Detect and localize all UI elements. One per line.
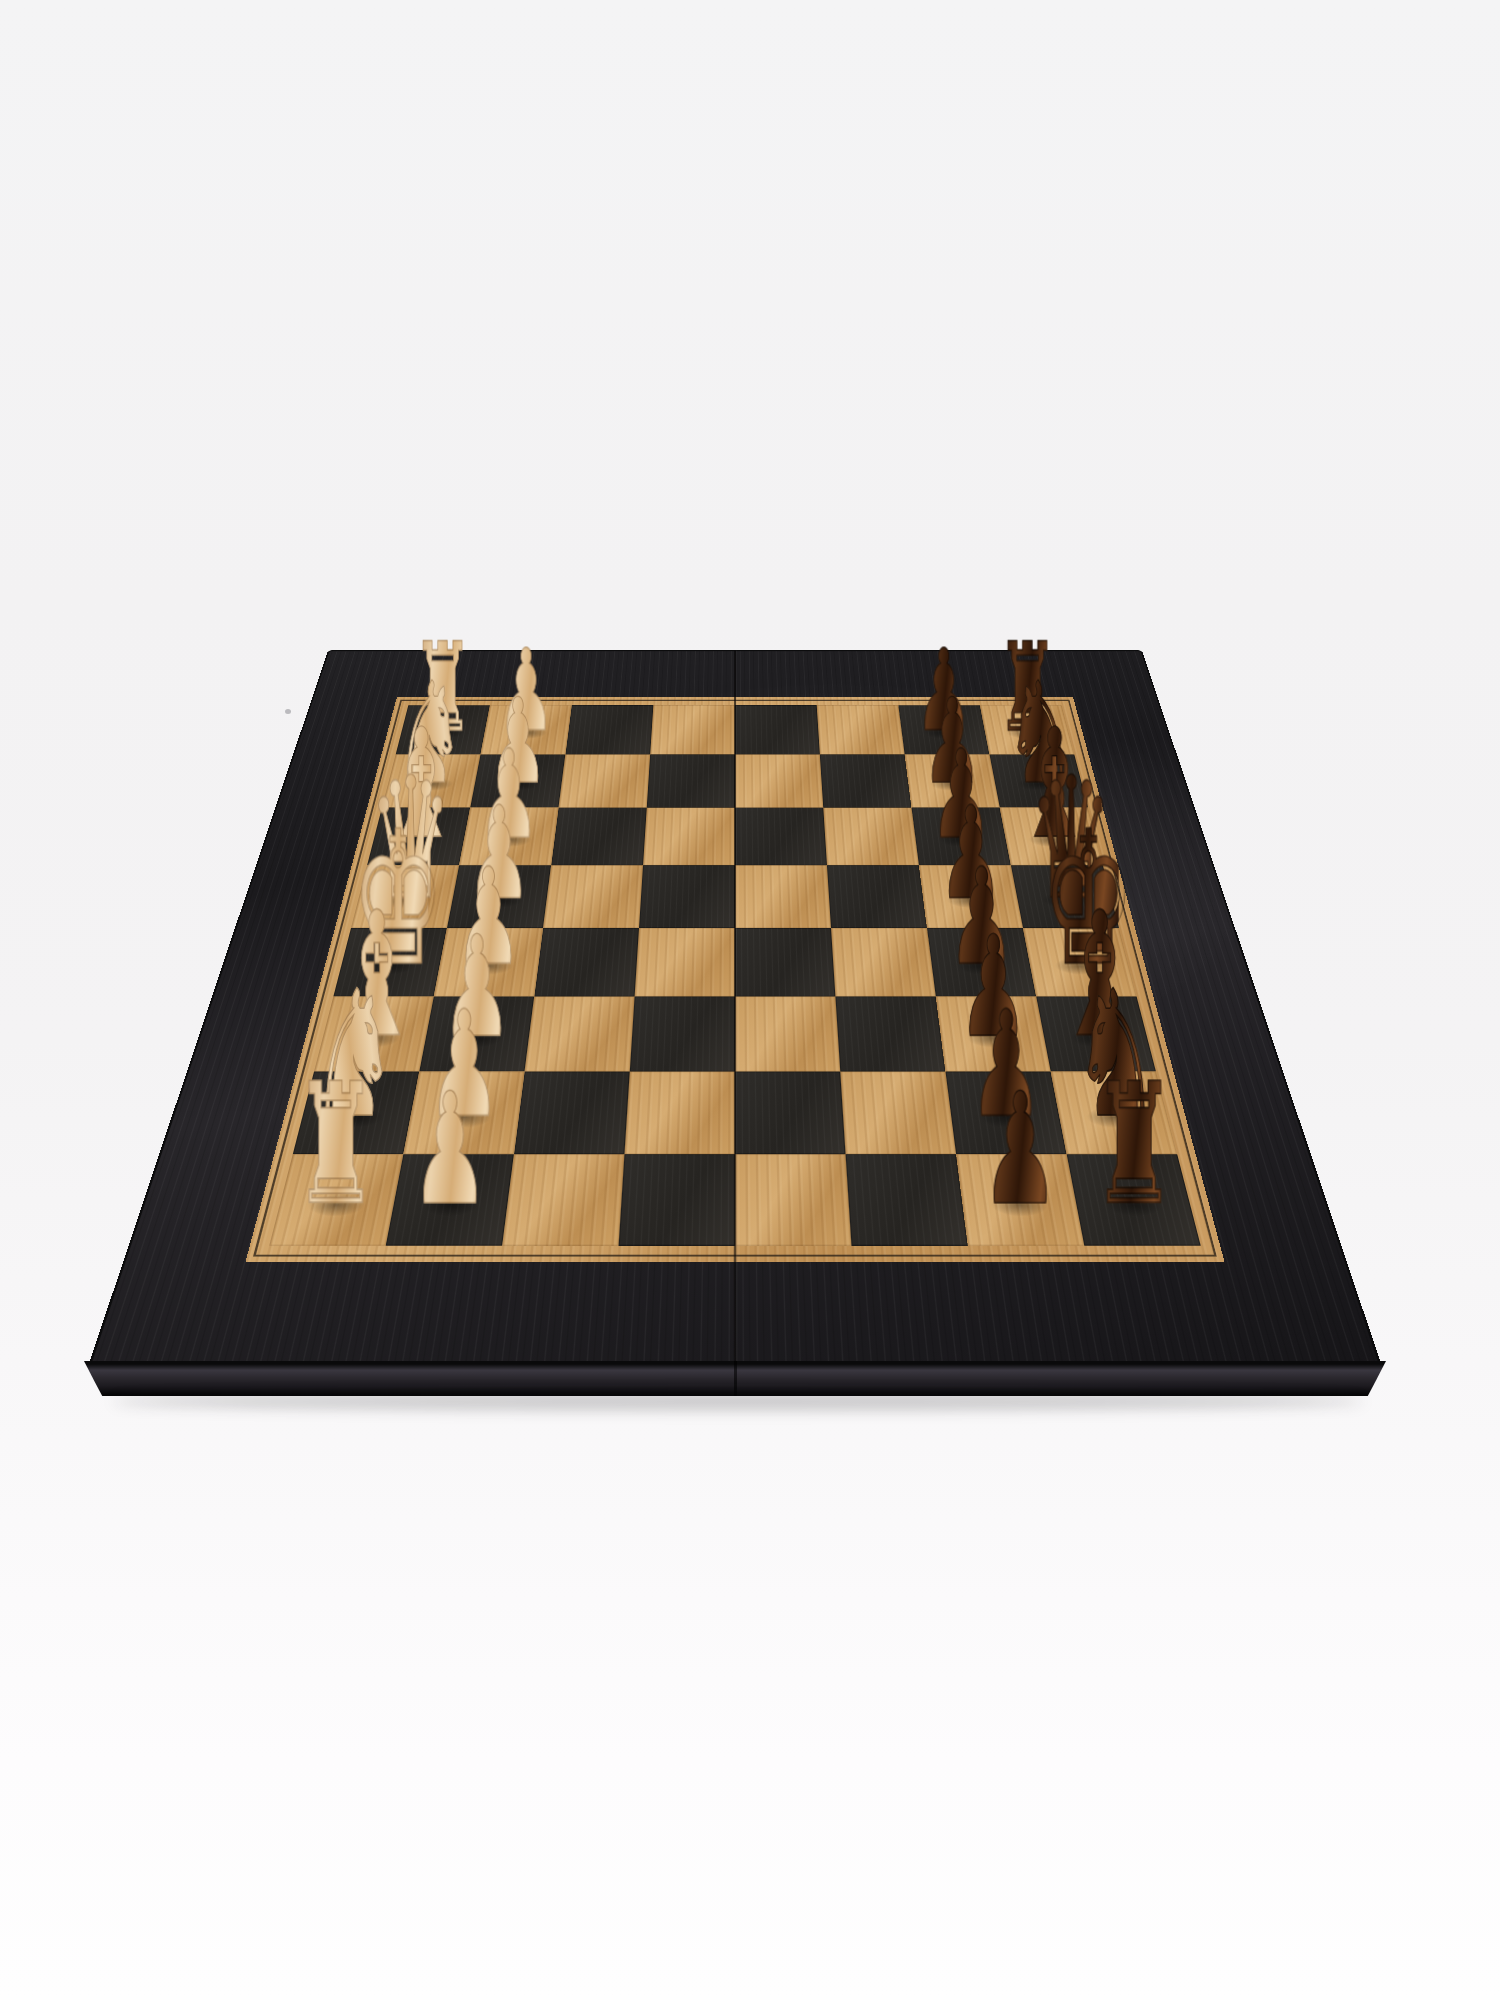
square-h2[interactable]: ♟: [386, 1154, 514, 1245]
photo-scene: ♜♟♟♜♞♟♟♞♝♟♟♝♛♟♟♛♚♟♟♚♝♟♟♝♞♟♟♞♜♟♟♜: [0, 0, 1500, 2000]
square-f5[interactable]: [735, 996, 840, 1071]
square-h8[interactable]: ♜: [1067, 1154, 1201, 1245]
square-e4[interactable]: [635, 928, 735, 996]
square-h3[interactable]: [502, 1154, 624, 1245]
white-pawn-piece[interactable]: ♟: [405, 1073, 494, 1227]
square-a5[interactable]: [735, 705, 820, 754]
square-g5[interactable]: [735, 1072, 846, 1155]
square-a4[interactable]: [650, 705, 735, 754]
square-g6[interactable]: [840, 1072, 956, 1155]
black-pawn-piece[interactable]: ♟: [976, 1073, 1065, 1227]
square-e6[interactable]: [831, 928, 936, 996]
square-c3[interactable]: [551, 808, 647, 866]
square-h4[interactable]: [619, 1154, 735, 1245]
square-h5[interactable]: [735, 1154, 851, 1245]
square-g3[interactable]: [514, 1072, 630, 1155]
square-a3[interactable]: [565, 705, 653, 754]
square-c4[interactable]: [643, 808, 735, 866]
square-b5[interactable]: [735, 754, 823, 807]
square-g4[interactable]: [624, 1072, 735, 1155]
square-f3[interactable]: [525, 996, 635, 1071]
square-e5[interactable]: [735, 928, 835, 996]
square-c5[interactable]: [735, 808, 827, 866]
square-d4[interactable]: [639, 865, 735, 928]
square-f6[interactable]: [835, 996, 945, 1071]
square-h7[interactable]: ♟: [956, 1154, 1084, 1245]
square-b3[interactable]: [558, 754, 650, 807]
square-d3[interactable]: [543, 865, 643, 928]
chess-board: ♜♟♟♜♞♟♟♞♝♟♟♝♛♟♟♛♚♟♟♚♝♟♟♝♞♟♟♞♜♟♟♜: [87, 650, 1383, 1370]
square-d5[interactable]: [735, 865, 831, 928]
square-c6[interactable]: [823, 808, 919, 866]
product-photo-background: ♜♟♟♜♞♟♟♞♝♟♟♝♛♟♟♛♚♟♟♚♝♟♟♝♞♟♟♞♜♟♟♜: [0, 0, 1500, 2000]
black-rook-piece[interactable]: ♜: [1090, 1061, 1179, 1228]
white-rook-piece[interactable]: ♜: [291, 1061, 380, 1228]
square-a6[interactable]: [817, 705, 905, 754]
square-f4[interactable]: [630, 996, 735, 1071]
square-e3[interactable]: [534, 928, 639, 996]
board-shadow: [112, 1393, 1364, 1410]
square-b4[interactable]: [647, 754, 735, 807]
square-h1[interactable]: ♜: [269, 1154, 403, 1245]
board-near-edge: [84, 1361, 1386, 1396]
square-d6[interactable]: [827, 865, 927, 928]
square-b6[interactable]: [820, 754, 912, 807]
square-h6[interactable]: [846, 1154, 968, 1245]
